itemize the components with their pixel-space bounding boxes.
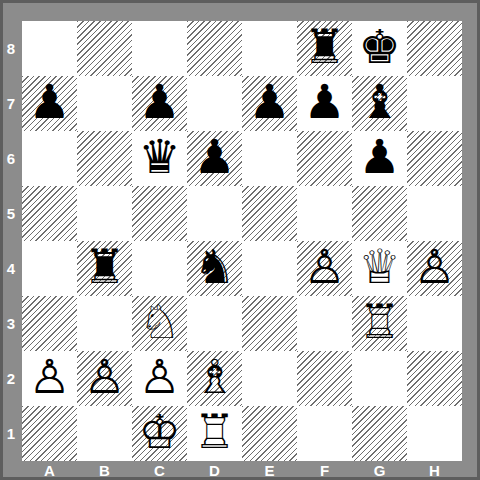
- square-f2[interactable]: [297, 351, 352, 406]
- piece-black-bishop-g7[interactable]: ♝: [358, 76, 400, 129]
- square-f5[interactable]: [297, 186, 352, 241]
- piece-white-rook-d1[interactable]: ♖: [193, 406, 235, 459]
- piece-white-pawn-a2[interactable]: ♙: [28, 351, 70, 404]
- piece-black-pawn-f7[interactable]: ♟: [303, 76, 345, 129]
- square-c5[interactable]: [132, 186, 187, 241]
- square-h3[interactable]: [407, 296, 462, 351]
- file-label-h: H: [407, 461, 462, 480]
- square-b8[interactable]: [77, 21, 132, 76]
- square-a3[interactable]: [22, 296, 77, 351]
- file-label-g: G: [352, 461, 407, 480]
- square-d1[interactable]: ♖: [187, 406, 242, 461]
- piece-black-pawn-e7[interactable]: ♟: [248, 76, 290, 129]
- square-g5[interactable]: [352, 186, 407, 241]
- square-b7[interactable]: [77, 76, 132, 131]
- square-g6[interactable]: ♟: [352, 131, 407, 186]
- square-g8[interactable]: ♚: [352, 21, 407, 76]
- piece-black-pawn-g6[interactable]: ♟: [358, 131, 400, 184]
- piece-black-rook-f8[interactable]: ♜: [303, 21, 345, 74]
- square-g1[interactable]: [352, 406, 407, 461]
- file-label-f: F: [297, 461, 352, 480]
- file-label-a: A: [22, 461, 77, 480]
- square-g3[interactable]: ♖: [352, 296, 407, 351]
- chess-board: ♜♚♟♟♟♟♝♛♟♟♜♞♙♕♙♘♖♙♙♙♗♔♖: [22, 21, 462, 461]
- square-e1[interactable]: [242, 406, 297, 461]
- piece-white-queen-g4[interactable]: ♕: [358, 241, 400, 294]
- square-e8[interactable]: [242, 21, 297, 76]
- square-g4[interactable]: ♕: [352, 241, 407, 296]
- square-h6[interactable]: [407, 131, 462, 186]
- piece-black-pawn-a7[interactable]: ♟: [28, 76, 70, 129]
- square-a8[interactable]: [22, 21, 77, 76]
- rank-label-3: 3: [0, 296, 22, 351]
- rank-label-7: 7: [0, 76, 22, 131]
- piece-white-pawn-c2[interactable]: ♙: [138, 351, 180, 404]
- square-d6[interactable]: ♟: [187, 131, 242, 186]
- square-c7[interactable]: ♟: [132, 76, 187, 131]
- square-e4[interactable]: [242, 241, 297, 296]
- piece-white-knight-c3[interactable]: ♘: [138, 296, 180, 349]
- square-c3[interactable]: ♘: [132, 296, 187, 351]
- square-e2[interactable]: [242, 351, 297, 406]
- square-f1[interactable]: [297, 406, 352, 461]
- square-e6[interactable]: [242, 131, 297, 186]
- square-d7[interactable]: [187, 76, 242, 131]
- piece-white-bishop-d2[interactable]: ♗: [193, 351, 235, 404]
- square-b5[interactable]: [77, 186, 132, 241]
- square-e5[interactable]: [242, 186, 297, 241]
- file-label-c: C: [132, 461, 187, 480]
- square-f3[interactable]: [297, 296, 352, 351]
- square-d4[interactable]: ♞: [187, 241, 242, 296]
- square-a7[interactable]: ♟: [22, 76, 77, 131]
- piece-white-pawn-h4[interactable]: ♙: [413, 241, 455, 294]
- square-g7[interactable]: ♝: [352, 76, 407, 131]
- square-a5[interactable]: [22, 186, 77, 241]
- square-e3[interactable]: [242, 296, 297, 351]
- square-c8[interactable]: [132, 21, 187, 76]
- square-h8[interactable]: [407, 21, 462, 76]
- square-h1[interactable]: [407, 406, 462, 461]
- square-b3[interactable]: [77, 296, 132, 351]
- square-f4[interactable]: ♙: [297, 241, 352, 296]
- square-h7[interactable]: [407, 76, 462, 131]
- piece-black-queen-c6[interactable]: ♛: [138, 131, 180, 184]
- square-h2[interactable]: [407, 351, 462, 406]
- piece-white-king-c1[interactable]: ♔: [138, 406, 180, 459]
- square-c2[interactable]: ♙: [132, 351, 187, 406]
- square-f6[interactable]: [297, 131, 352, 186]
- square-h5[interactable]: [407, 186, 462, 241]
- piece-white-pawn-f4[interactable]: ♙: [303, 241, 345, 294]
- square-e7[interactable]: ♟: [242, 76, 297, 131]
- square-d3[interactable]: [187, 296, 242, 351]
- square-c6[interactable]: ♛: [132, 131, 187, 186]
- square-h4[interactable]: ♙: [407, 241, 462, 296]
- square-d8[interactable]: [187, 21, 242, 76]
- file-labels: ABCDEFGH: [22, 461, 462, 480]
- rank-label-4: 4: [0, 241, 22, 296]
- square-f8[interactable]: ♜: [297, 21, 352, 76]
- piece-white-pawn-b2[interactable]: ♙: [83, 351, 125, 404]
- square-d2[interactable]: ♗: [187, 351, 242, 406]
- square-d5[interactable]: [187, 186, 242, 241]
- square-a2[interactable]: ♙: [22, 351, 77, 406]
- rank-label-6: 6: [0, 131, 22, 186]
- rank-labels: 87654321: [0, 21, 22, 461]
- square-c4[interactable]: [132, 241, 187, 296]
- square-b1[interactable]: [77, 406, 132, 461]
- rank-label-2: 2: [0, 351, 22, 406]
- piece-black-rook-b4[interactable]: ♜: [83, 241, 125, 294]
- rank-label-8: 8: [0, 21, 22, 76]
- square-c1[interactable]: ♔: [132, 406, 187, 461]
- square-b6[interactable]: [77, 131, 132, 186]
- square-a6[interactable]: [22, 131, 77, 186]
- piece-black-pawn-c7[interactable]: ♟: [138, 76, 180, 129]
- square-a1[interactable]: [22, 406, 77, 461]
- file-label-d: D: [187, 461, 242, 480]
- rank-label-5: 5: [0, 186, 22, 241]
- rank-label-1: 1: [0, 406, 22, 461]
- square-g2[interactable]: [352, 351, 407, 406]
- piece-black-king-g8[interactable]: ♚: [358, 21, 400, 74]
- piece-white-rook-g3[interactable]: ♖: [358, 296, 400, 349]
- piece-black-pawn-d6[interactable]: ♟: [193, 131, 235, 184]
- square-f7[interactable]: ♟: [297, 76, 352, 131]
- square-a4[interactable]: [22, 241, 77, 296]
- square-b4[interactable]: ♜: [77, 241, 132, 296]
- board-frame: ♜♚♟♟♟♟♝♛♟♟♜♞♙♕♙♘♖♙♙♙♗♔♖ 87654321 ABCDEFG…: [0, 0, 480, 480]
- file-label-b: B: [77, 461, 132, 480]
- file-label-e: E: [242, 461, 297, 480]
- piece-black-knight-d4[interactable]: ♞: [193, 241, 235, 294]
- square-b2[interactable]: ♙: [77, 351, 132, 406]
